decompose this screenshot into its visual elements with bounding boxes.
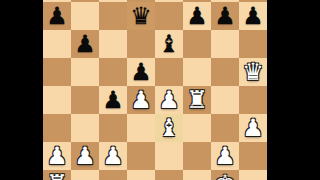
square-a4[interactable] (43, 86, 71, 114)
square-g2[interactable]: ♟ (211, 142, 239, 170)
square-b1[interactable] (71, 170, 99, 180)
square-e4[interactable]: ♟ (155, 86, 183, 114)
white-rook[interactable]: ♜ (43, 170, 71, 180)
square-b2[interactable]: ♟ (71, 142, 99, 170)
square-c5[interactable] (99, 58, 127, 86)
square-c2[interactable]: ♟ (99, 142, 127, 170)
square-f7[interactable]: ♟ (183, 2, 211, 30)
app-background: ♟♛♟♟♟♟♝♟♛♟♟♟♜♝♟♟♟♟♟♜♚ (0, 0, 320, 180)
square-d5[interactable]: ♟ (127, 58, 155, 86)
square-d1[interactable] (127, 170, 155, 180)
square-h4[interactable] (239, 86, 267, 114)
black-pawn[interactable]: ♟ (99, 86, 127, 114)
black-pawn[interactable]: ♟ (43, 2, 71, 30)
square-c6[interactable] (99, 30, 127, 58)
square-h6[interactable] (239, 30, 267, 58)
square-f6[interactable] (183, 30, 211, 58)
white-pawn[interactable]: ♟ (155, 86, 183, 114)
square-h2[interactable] (239, 142, 267, 170)
square-h3[interactable]: ♟ (239, 114, 267, 142)
square-c4[interactable]: ♟ (99, 86, 127, 114)
square-d2[interactable] (127, 142, 155, 170)
square-a5[interactable] (43, 58, 71, 86)
black-pawn[interactable]: ♟ (183, 2, 211, 30)
chess-board: ♟♛♟♟♟♟♝♟♛♟♟♟♜♝♟♟♟♟♟♜♚ (43, 0, 267, 180)
square-e6[interactable]: ♝ (155, 30, 183, 58)
black-pawn[interactable]: ♟ (239, 2, 267, 30)
square-b6[interactable]: ♟ (71, 30, 99, 58)
white-pawn[interactable]: ♟ (211, 142, 239, 170)
square-d6[interactable] (127, 30, 155, 58)
square-d4[interactable]: ♟ (127, 86, 155, 114)
white-rook[interactable]: ♜ (183, 86, 211, 114)
square-e5[interactable] (155, 58, 183, 86)
square-g7[interactable]: ♟ (211, 2, 239, 30)
white-pawn[interactable]: ♟ (71, 142, 99, 170)
white-pawn[interactable]: ♟ (239, 114, 267, 142)
square-f3[interactable] (183, 114, 211, 142)
square-a2[interactable]: ♟ (43, 142, 71, 170)
square-d3[interactable] (127, 114, 155, 142)
white-queen[interactable]: ♛ (239, 58, 267, 86)
square-e7[interactable] (155, 2, 183, 30)
square-a1[interactable]: ♜ (43, 170, 71, 180)
square-a3[interactable] (43, 114, 71, 142)
square-h5[interactable]: ♛ (239, 58, 267, 86)
square-d7[interactable]: ♛ (127, 2, 155, 30)
white-pawn[interactable]: ♟ (127, 86, 155, 114)
square-h7[interactable]: ♟ (239, 2, 267, 30)
square-g5[interactable] (211, 58, 239, 86)
square-f1[interactable] (183, 170, 211, 180)
square-c1[interactable] (99, 170, 127, 180)
square-e2[interactable] (155, 142, 183, 170)
square-b4[interactable] (71, 86, 99, 114)
square-g4[interactable] (211, 86, 239, 114)
square-a6[interactable] (43, 30, 71, 58)
black-pawn[interactable]: ♟ (211, 2, 239, 30)
square-a7[interactable]: ♟ (43, 2, 71, 30)
black-bishop[interactable]: ♝ (155, 30, 183, 58)
black-queen[interactable]: ♛ (127, 2, 155, 30)
square-h1[interactable] (239, 170, 267, 180)
black-pawn[interactable]: ♟ (127, 58, 155, 86)
white-pawn[interactable]: ♟ (99, 142, 127, 170)
square-f2[interactable] (183, 142, 211, 170)
square-c7[interactable] (99, 2, 127, 30)
square-f4[interactable]: ♜ (183, 86, 211, 114)
square-f5[interactable] (183, 58, 211, 86)
square-e1[interactable] (155, 170, 183, 180)
square-b7[interactable] (71, 2, 99, 30)
white-bishop[interactable]: ♝ (155, 114, 183, 142)
square-g6[interactable] (211, 30, 239, 58)
white-king[interactable]: ♚ (211, 170, 239, 180)
black-pawn[interactable]: ♟ (71, 30, 99, 58)
square-g3[interactable] (211, 114, 239, 142)
square-b5[interactable] (71, 58, 99, 86)
square-e3[interactable]: ♝ (155, 114, 183, 142)
square-b3[interactable] (71, 114, 99, 142)
square-c3[interactable] (99, 114, 127, 142)
white-pawn[interactable]: ♟ (43, 142, 71, 170)
square-g1[interactable]: ♚ (211, 170, 239, 180)
